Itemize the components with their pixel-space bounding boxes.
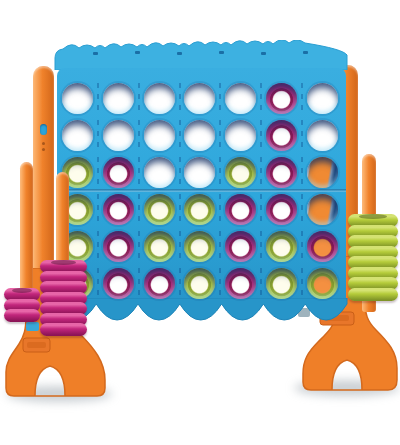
cell-r1c2 <box>98 80 139 117</box>
post-screw-dots <box>42 142 45 145</box>
cell-r2c7 <box>302 117 343 154</box>
cell-r4c2 <box>98 191 139 228</box>
cell-r3c5 <box>220 154 261 191</box>
cell-r6c6 <box>261 265 302 302</box>
cell-r3c7 <box>302 154 343 191</box>
pink-disc <box>225 194 256 225</box>
post-slot-detail <box>40 124 47 135</box>
green-disc <box>225 157 256 188</box>
cell-r4c3 <box>139 191 180 228</box>
cell-r3c3 <box>139 154 180 191</box>
left-mid-ring-stack <box>40 258 87 336</box>
empty-hole <box>62 83 93 114</box>
pink-ring <box>4 309 40 322</box>
empty-hole-orange-post <box>307 194 338 225</box>
left-front-ring-stack <box>4 286 40 322</box>
cell-r2c5 <box>220 117 261 154</box>
cell-r2c6 <box>261 117 302 154</box>
cell-r6c3 <box>139 265 180 302</box>
pink-disc <box>266 83 297 114</box>
empty-hole <box>144 157 175 188</box>
cell-r1c1 <box>57 80 98 117</box>
cell-r2c2 <box>98 117 139 154</box>
cell-r2c3 <box>139 117 180 154</box>
pink-disc <box>266 157 297 188</box>
cell-r1c6 <box>261 80 302 117</box>
cell-r5c6 <box>261 228 302 265</box>
cell-r6c7 <box>302 265 343 302</box>
pink-disc <box>144 268 175 299</box>
empty-hole <box>144 83 175 114</box>
giant-connect-four-photo <box>0 0 400 445</box>
empty-hole <box>103 120 134 151</box>
green-disc <box>184 194 215 225</box>
cell-r5c3 <box>139 228 180 265</box>
cell-r3c2 <box>98 154 139 191</box>
cell-r1c4 <box>180 80 221 117</box>
cell-r4c7 <box>302 191 343 228</box>
cell-r3c6 <box>261 154 302 191</box>
pink-disc <box>103 194 134 225</box>
empty-hole <box>307 120 338 151</box>
cell-r4c5 <box>220 191 261 228</box>
cell-r5c7 <box>302 228 343 265</box>
pink-disc <box>103 231 134 262</box>
empty-hole <box>103 83 134 114</box>
empty-hole <box>225 83 256 114</box>
green-disc <box>266 268 297 299</box>
cell-r2c4 <box>180 117 221 154</box>
green-disc <box>184 268 215 299</box>
green-ring <box>348 288 398 301</box>
cell-r6c2 <box>98 265 139 302</box>
pink-disc <box>266 120 297 151</box>
board-panel-seam <box>57 189 346 192</box>
empty-hole <box>144 120 175 151</box>
empty-hole <box>184 157 215 188</box>
pink-disc <box>266 194 297 225</box>
empty-hole-orange-post <box>307 157 338 188</box>
green-disc <box>184 231 215 262</box>
empty-hole <box>225 120 256 151</box>
green-disc <box>144 231 175 262</box>
cell-r1c5 <box>220 80 261 117</box>
pink-disc <box>103 157 134 188</box>
pink-disc <box>225 268 256 299</box>
empty-hole <box>184 120 215 151</box>
pink-disc <box>103 268 134 299</box>
green-disc <box>266 231 297 262</box>
green-disc <box>307 268 338 299</box>
latch-clip-left <box>26 322 39 331</box>
cell-r5c4 <box>180 228 221 265</box>
pink-ring <box>40 323 87 336</box>
pink-disc <box>307 231 338 262</box>
board-top-wave <box>53 40 349 70</box>
green-disc <box>144 194 175 225</box>
empty-hole <box>184 83 215 114</box>
pink-disc <box>225 231 256 262</box>
cell-r2c1 <box>57 117 98 154</box>
empty-hole <box>62 120 93 151</box>
cell-r5c2 <box>98 228 139 265</box>
cell-r5c5 <box>220 228 261 265</box>
empty-hole <box>307 83 338 114</box>
cell-r1c7 <box>302 80 343 117</box>
cell-r4c4 <box>180 191 221 228</box>
cell-r1c3 <box>139 80 180 117</box>
right-ring-stack <box>348 212 398 301</box>
cell-r3c4 <box>180 154 221 191</box>
cell-r6c4 <box>180 265 221 302</box>
cell-r6c5 <box>220 265 261 302</box>
cell-r4c6 <box>261 191 302 228</box>
